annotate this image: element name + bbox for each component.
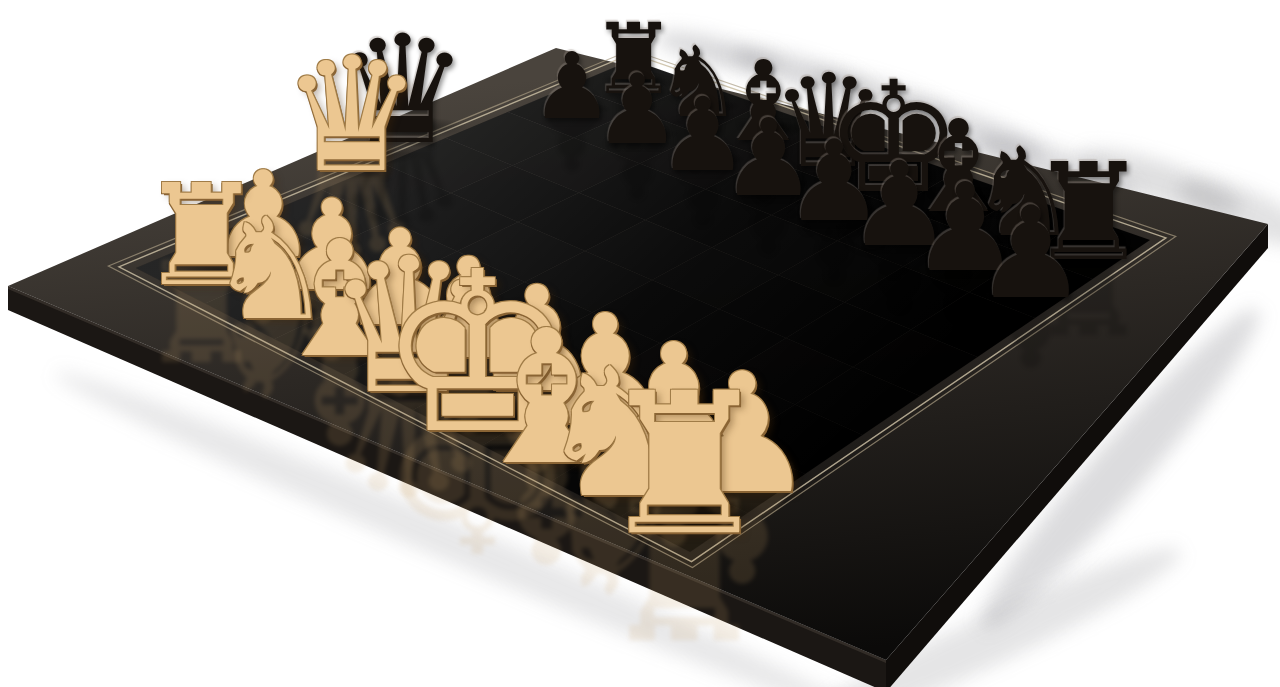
piece-layer: ♜♜♞♞♝♝♛♛♚♚♝♝♞♞♜♜♟♟♟♟♟♟♟♟♟♟♟♟♟♟♟♟♟♟♟♟♟♟♟♟… <box>0 0 1280 687</box>
white-rook-h1: ♜ <box>597 367 772 562</box>
black-pawn-h7: ♟ <box>974 190 1088 317</box>
chess-product-photo: ♜♜♞♞♝♝♛♛♚♚♝♝♞♞♜♜♟♟♟♟♟♟♟♟♟♟♟♟♟♟♟♟♟♟♟♟♟♟♟♟… <box>0 0 1280 687</box>
